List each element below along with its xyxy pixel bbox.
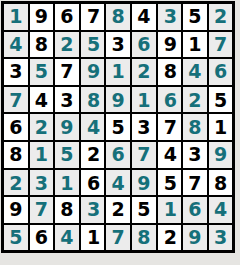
- cell-r1c9[interactable]: 2: [209, 4, 233, 30]
- sudoku-page: 1967843524825369173579128467438916256294…: [0, 0, 240, 253]
- cell-r1c5[interactable]: 8: [106, 4, 130, 30]
- cell-r5c9[interactable]: 1: [209, 114, 233, 140]
- cell-r3c3[interactable]: 7: [55, 59, 79, 85]
- cell-r5c6[interactable]: 3: [132, 114, 156, 140]
- cell-r7c6[interactable]: 9: [132, 168, 156, 196]
- cell-r2c7[interactable]: 9: [156, 32, 182, 58]
- cell-r9c7[interactable]: 2: [156, 225, 182, 251]
- cell-r7c4[interactable]: 6: [79, 168, 105, 196]
- cell-r1c8[interactable]: 5: [183, 4, 207, 30]
- cell-r9c8[interactable]: 9: [183, 225, 207, 251]
- cell-r8c6[interactable]: 5: [132, 197, 156, 223]
- cell-r9c9[interactable]: 3: [209, 225, 233, 251]
- cell-r8c3[interactable]: 8: [55, 197, 79, 223]
- cell-r8c1[interactable]: 9: [4, 197, 28, 223]
- cell-r4c4[interactable]: 8: [79, 85, 105, 113]
- cell-r2c6[interactable]: 6: [132, 32, 156, 58]
- cell-r7c1[interactable]: 2: [4, 168, 28, 196]
- cell-r3c8[interactable]: 4: [183, 59, 207, 85]
- cell-r1c1[interactable]: 1: [4, 4, 28, 30]
- cell-r2c1[interactable]: 4: [4, 32, 28, 58]
- cell-r2c8[interactable]: 1: [183, 32, 207, 58]
- cell-r1c3[interactable]: 6: [55, 4, 79, 30]
- cell-r1c6[interactable]: 4: [132, 4, 156, 30]
- cell-r7c7[interactable]: 5: [156, 168, 182, 196]
- cell-r1c2[interactable]: 9: [30, 4, 54, 30]
- cell-r7c9[interactable]: 8: [209, 168, 233, 196]
- cell-r2c3[interactable]: 2: [55, 32, 79, 58]
- cell-r6c3[interactable]: 5: [55, 142, 79, 168]
- cell-r3c4[interactable]: 9: [79, 59, 105, 85]
- cell-r3c2[interactable]: 5: [30, 59, 54, 85]
- cell-r4c5[interactable]: 9: [106, 85, 130, 113]
- cell-r7c3[interactable]: 1: [55, 168, 79, 196]
- cell-r9c6[interactable]: 8: [132, 225, 156, 251]
- cell-r5c8[interactable]: 8: [183, 114, 207, 140]
- cell-r6c5[interactable]: 6: [106, 142, 130, 168]
- cell-r4c8[interactable]: 2: [183, 85, 207, 113]
- cell-r9c1[interactable]: 5: [4, 225, 28, 251]
- cell-r8c7[interactable]: 1: [156, 197, 182, 223]
- cell-r4c9[interactable]: 5: [209, 85, 233, 113]
- cell-r4c2[interactable]: 4: [30, 85, 54, 113]
- cell-r5c7[interactable]: 7: [156, 114, 182, 140]
- cell-r6c7[interactable]: 4: [156, 142, 182, 168]
- cell-r9c3[interactable]: 4: [55, 225, 79, 251]
- sudoku-board: 1967843524825369173579128467438916256294…: [1, 1, 235, 253]
- cell-r8c8[interactable]: 6: [183, 197, 207, 223]
- cell-r4c3[interactable]: 3: [55, 85, 79, 113]
- cell-r2c4[interactable]: 5: [79, 32, 105, 58]
- cell-r8c2[interactable]: 7: [30, 197, 54, 223]
- cell-r4c1[interactable]: 7: [4, 85, 28, 113]
- cell-r9c2[interactable]: 6: [30, 225, 54, 251]
- cell-r1c7[interactable]: 3: [156, 4, 182, 30]
- cell-r2c9[interactable]: 7: [209, 32, 233, 58]
- cell-r3c9[interactable]: 6: [209, 59, 233, 85]
- cell-r3c7[interactable]: 8: [156, 59, 182, 85]
- cell-r3c6[interactable]: 2: [132, 59, 156, 85]
- cell-r6c9[interactable]: 9: [209, 142, 233, 168]
- cell-r7c5[interactable]: 4: [106, 168, 130, 196]
- cell-r3c1[interactable]: 3: [4, 59, 28, 85]
- cell-r6c8[interactable]: 3: [183, 142, 207, 168]
- cell-r2c2[interactable]: 8: [30, 32, 54, 58]
- cell-r3c5[interactable]: 1: [106, 59, 130, 85]
- cell-r9c5[interactable]: 7: [106, 225, 130, 251]
- cell-r5c2[interactable]: 2: [30, 114, 54, 140]
- cell-r2c5[interactable]: 3: [106, 32, 130, 58]
- cell-r9c4[interactable]: 1: [79, 225, 105, 251]
- cell-r8c9[interactable]: 4: [209, 197, 233, 223]
- cell-r6c6[interactable]: 7: [132, 142, 156, 168]
- cell-r1c4[interactable]: 7: [79, 4, 105, 30]
- cell-r6c2[interactable]: 1: [30, 142, 54, 168]
- cell-r5c4[interactable]: 4: [79, 114, 105, 140]
- cell-r5c1[interactable]: 6: [4, 114, 28, 140]
- cell-r6c4[interactable]: 2: [79, 142, 105, 168]
- cell-r8c4[interactable]: 3: [79, 197, 105, 223]
- cell-r4c7[interactable]: 6: [156, 85, 182, 113]
- cell-r4c6[interactable]: 1: [132, 85, 156, 113]
- cell-r7c8[interactable]: 7: [183, 168, 207, 196]
- cell-r5c5[interactable]: 5: [106, 114, 130, 140]
- cell-r5c3[interactable]: 9: [55, 114, 79, 140]
- cell-r7c2[interactable]: 3: [30, 168, 54, 196]
- cell-r8c5[interactable]: 2: [106, 197, 130, 223]
- cell-r6c1[interactable]: 8: [4, 142, 28, 168]
